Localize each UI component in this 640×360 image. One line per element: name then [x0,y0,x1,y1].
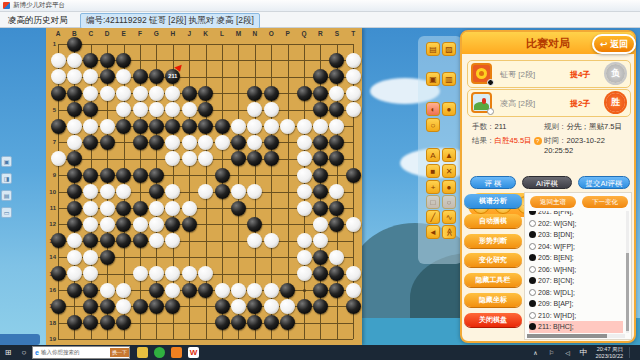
history-label[interactable]: 凌高的历史对局 [8,15,68,27]
search-input[interactable]: e 输入你想搜索的 换一下 [32,346,130,359]
player-name: 凌高 [2段] [500,98,535,109]
white-stone-F5[interactable] [133,102,148,117]
white-stone-K10[interactable] [198,184,213,199]
white-stone-H16[interactable] [165,283,180,298]
next-variation-button[interactable]: 下一变化 [582,196,628,208]
line-icon[interactable]: ╱ [426,210,440,224]
black-stone-R15[interactable] [313,266,328,281]
black-stone-A17[interactable] [51,299,66,314]
black-stone-J12[interactable] [182,217,197,232]
white-stone-C14[interactable] [83,250,98,265]
pill-7[interactable]: 关闭棋盘 [464,313,522,327]
black-stone-G3[interactable] [149,69,164,84]
black-stone-H12[interactable] [165,217,180,232]
black-stone-L6[interactable] [215,119,230,134]
move-list-item[interactable]: 202: W[GN]; [529,218,623,230]
white-stone-N13[interactable] [247,233,262,248]
move-list-item[interactable]: 208: W[DL]; [529,287,623,299]
black-stone-S16[interactable] [329,283,344,298]
mini-toolbar-button-1[interactable]: ▣ [1,156,12,167]
white-stone-Q8[interactable] [297,151,312,166]
white-stone-P6[interactable] [280,119,295,134]
white-stone-H13[interactable] [165,233,180,248]
white-stone-Q6[interactable] [297,119,312,134]
white-stone-K8[interactable] [198,151,213,166]
pill-1[interactable]: 棋谱分析 [464,194,522,208]
black-stone-F6[interactable] [133,119,148,134]
black-stone-M7[interactable] [231,135,246,150]
black-stone-L9[interactable] [215,168,230,183]
black-stone-D2[interactable] [100,53,115,68]
black-stone-D18[interactable] [100,315,115,330]
black-stone-indicator [487,79,494,86]
ime-indicator[interactable]: 中 [575,347,591,358]
black-stone-C16[interactable] [83,283,98,298]
white-stone-E16[interactable] [116,283,131,298]
eraser-icon[interactable]: ◄ [426,225,440,239]
white-stone-N16[interactable] [247,283,262,298]
start-button[interactable]: ⊞ [0,348,16,357]
black-stone-Q17[interactable] [297,299,312,314]
explorer-icon[interactable] [137,347,148,358]
dot-icon[interactable]: ● [442,180,456,194]
white-stone-T5[interactable] [346,102,361,117]
white-stone-N10[interactable] [247,184,262,199]
white-stone-J11[interactable] [182,201,197,216]
green-app-icon[interactable] [154,347,165,358]
bottom-left-tab[interactable] [0,334,40,345]
black-stone-A4[interactable] [51,86,66,101]
black-stone-R16[interactable] [313,283,328,298]
move-list-item[interactable]: 206: W[HN]; [529,264,623,276]
white-stone-Q15[interactable] [297,266,312,281]
white-stone-B7[interactable] [67,135,82,150]
white-stone-K7[interactable] [198,135,213,150]
black-stone-B1[interactable] [67,37,82,52]
white-stone-icon [529,266,536,273]
cross-icon[interactable]: ✕ [442,164,456,178]
new-file-icon[interactable]: ▤ [426,42,440,56]
black-stone-H6[interactable] [165,119,180,134]
black-stone-B18[interactable] [67,315,82,330]
white-stone-F15[interactable] [133,266,148,281]
move-list-item[interactable]: 210: W[HD]; [529,310,623,322]
black-stone-N8[interactable] [247,151,262,166]
white-stone-H4[interactable] [165,86,180,101]
white-stone-M6[interactable] [231,119,246,134]
col-label-Q: Q [298,30,310,37]
white-stone-M17[interactable] [231,299,246,314]
white-stone-T15[interactable] [346,266,361,281]
white-stone-D11[interactable] [100,201,115,216]
go-app-icon[interactable] [171,347,182,358]
move-list-item[interactable]: 207: B[CN]; [529,275,623,287]
black-stone-M8[interactable] [231,151,246,166]
white-stone-B13[interactable] [67,233,82,248]
black-stone-C5[interactable] [83,102,98,117]
white-stone-Q13[interactable] [297,233,312,248]
search-icon[interactable]: ○ [16,348,32,357]
black-stone-L10[interactable] [215,184,230,199]
black-stone-R4[interactable] [313,86,328,101]
white-stone-B14[interactable] [67,250,82,265]
black-stone-E6[interactable] [116,119,131,134]
mini-toolbar-button-2[interactable]: ◨ [1,173,12,184]
white-stone-B2[interactable] [67,53,82,68]
pill-5[interactable]: 隐藏工具栏 [464,273,522,287]
return-main-line-button[interactable]: 返回主谱 [530,196,576,208]
player-card-black[interactable]: 钲哥 [2段] 提4子 负 [467,60,631,88]
pill-4[interactable]: 变化研究 [464,253,522,267]
square-outline-icon[interactable]: □ [426,195,440,209]
lose-badge: 负 [606,64,625,83]
white-stone-G15[interactable] [149,266,164,281]
notification-icon[interactable] [629,347,640,358]
white-stone-S10[interactable] [329,184,344,199]
white-stone-K15[interactable] [198,266,213,281]
black-stone-J16[interactable] [182,283,197,298]
black-stone-G9[interactable] [149,168,164,183]
black-stone-Q4[interactable] [297,86,312,101]
black-stone-R11[interactable] [313,201,328,216]
black-stone-N18[interactable] [247,315,262,330]
pill-2[interactable]: 自动播棋 [464,214,522,228]
black-stone-K6[interactable] [198,119,213,134]
white-stone-L7[interactable] [215,135,230,150]
black-stone-B4[interactable] [67,86,82,101]
black-stone-G17[interactable] [149,299,164,314]
white-stone-A8[interactable] [51,151,66,166]
zigzag-icon[interactable]: ∿ [442,210,456,224]
row-label-19: 19 [46,336,56,342]
black-stone-O8[interactable] [264,151,279,166]
white-stone-O16[interactable] [264,283,279,298]
white-stone-S14[interactable] [329,250,344,265]
black-stone-G10[interactable] [149,184,164,199]
white-stone-T4[interactable] [346,86,361,101]
black-stone-B11[interactable] [67,201,82,216]
black-stone-J6[interactable] [182,119,197,134]
white-stone-O13[interactable] [264,233,279,248]
black-stone-M11[interactable] [231,201,246,216]
screen: 新博少儿对弈平台 凌高的历史对局 编号:421119292 钲哥 [2段] 执黑… [0,0,640,360]
black-stone-K5[interactable] [198,102,213,117]
black-stone-E2[interactable] [116,53,131,68]
search-tag[interactable]: 换一下 [110,348,129,357]
black-stone-E11[interactable] [116,201,131,216]
black-stone-S11[interactable] [329,201,344,216]
col-label-H: H [167,30,179,37]
black-stone-T17[interactable] [346,299,361,314]
move-list-item[interactable]: 209: B[AP]; [529,298,623,310]
white-stone-C4[interactable] [83,86,98,101]
game-info-tab[interactable]: 编号:421119292 钲哥 [2段] 执黑对 凌高 [2段] [80,13,260,29]
black-stone-B5[interactable] [67,102,82,117]
black-stone-A15[interactable] [51,266,66,281]
white-stone-S6[interactable] [329,119,344,134]
black-stone-K16[interactable] [198,283,213,298]
black-stone-M18[interactable] [231,315,246,330]
pill-6[interactable]: 隐藏坐标 [464,293,522,307]
black-stone-S5[interactable] [329,102,344,117]
white-stone-H5[interactable] [165,102,180,117]
black-stone-N4[interactable] [247,86,262,101]
triangle-icon[interactable]: ▲ [442,148,456,162]
save-icon[interactable]: ▣ [426,72,440,86]
star-point [303,289,306,292]
scrollbar-thumb[interactable] [626,253,629,331]
black-stone-icon[interactable]: ● [442,102,456,116]
collapse-icon[interactable]: ≫ [442,225,456,239]
white-stone-R6[interactable] [313,119,328,134]
white-stone-C15[interactable] [83,266,98,281]
ai-review-button[interactable]: AI评棋 [522,176,572,189]
black-stone-S8[interactable] [329,151,344,166]
black-stone-E12[interactable] [116,217,131,232]
black-stone-O18[interactable] [264,315,279,330]
back-button[interactable]: ↩ 返回 [592,34,636,54]
white-stone-M10[interactable] [231,184,246,199]
white-stone-D10[interactable] [100,184,115,199]
black-stone-E9[interactable] [116,168,131,183]
black-stone-D17[interactable] [100,299,115,314]
black-stone-R10[interactable] [313,184,328,199]
black-stone-S15[interactable] [329,266,344,281]
print-icon[interactable]: ▥ [442,72,456,86]
white-stone-H10[interactable] [165,184,180,199]
col-label-M: M [232,30,244,37]
row-label-10: 10 [46,189,56,195]
black-stone-H17[interactable] [165,299,180,314]
white-stone-J7[interactable] [182,135,197,150]
black-stone-P18[interactable] [280,315,295,330]
black-stone-F3[interactable] [133,69,148,84]
white-stone-G4[interactable] [149,86,164,101]
white-stone-G13[interactable] [149,233,164,248]
black-stone-G16[interactable] [149,283,164,298]
white-stone-D12[interactable] [100,217,115,232]
black-stone-B9[interactable] [67,168,82,183]
black-stone-N17[interactable] [247,299,262,314]
white-stone-C3[interactable] [83,69,98,84]
black-stone-L18[interactable] [215,315,230,330]
col-label-P: P [282,30,294,37]
black-stone-O4[interactable] [264,86,279,101]
volume-icon[interactable]: ◁ [559,349,575,356]
black-stone-F17[interactable] [133,299,148,314]
player-card-white[interactable]: 凌高 [2段] 提2子 胜 [467,89,631,117]
black-stone-D14[interactable] [100,250,115,265]
black-stone-J4[interactable] [182,86,197,101]
white-stone-C6[interactable] [83,119,98,134]
black-stone-D7[interactable] [100,135,115,150]
black-stone-R3[interactable] [313,69,328,84]
white-stone-N7[interactable] [247,135,262,150]
white-stone-T3[interactable] [346,69,361,84]
black-stone-B16[interactable] [67,283,82,298]
mini-toolbar-button-3[interactable]: ▤ [1,190,12,201]
tray-expand-icon[interactable]: ∧ [527,349,543,356]
black-stone-T9[interactable] [346,168,361,183]
white-stone-A2[interactable] [51,53,66,68]
white-stone-O6[interactable] [264,119,279,134]
black-stone-R7[interactable] [313,135,328,150]
circle-outline-icon[interactable]: ○ [442,195,456,209]
col-label-C: C [85,30,97,37]
white-stone-Q10[interactable] [297,184,312,199]
white-stone-C12[interactable] [83,217,98,232]
black-stone-N12[interactable] [247,217,262,232]
white-stone-T16[interactable] [346,283,361,298]
white-stone-H15[interactable] [165,266,180,281]
black-stone-C9[interactable] [83,168,98,183]
black-stone-C7[interactable] [83,135,98,150]
black-stone-E18[interactable] [116,315,131,330]
white-stone-M16[interactable] [231,283,246,298]
white-stone-A3[interactable] [51,69,66,84]
black-stone-F11[interactable] [133,201,148,216]
black-stone-S7[interactable] [329,135,344,150]
mini-toolbar-button-4[interactable]: ▭ [1,207,12,218]
black-stone-C18[interactable] [83,315,98,330]
black-stone-A6[interactable] [51,119,66,134]
open-folder-icon[interactable]: ▨ [442,42,456,56]
black-stone-G6[interactable] [149,119,164,134]
black-stone-D13[interactable] [100,233,115,248]
white-stone-E10[interactable] [116,184,131,199]
col-label-D: D [101,30,113,37]
black-stone-F9[interactable] [133,168,148,183]
white-stone-icon [529,312,536,319]
col-label-S: S [331,30,343,37]
white-stone-C11[interactable] [83,201,98,216]
wps-icon[interactable]: W [188,347,199,358]
white-stone-P17[interactable] [280,299,295,314]
white-stone-O5[interactable] [264,102,279,117]
white-stone-F12[interactable] [133,217,148,232]
white-stone-B15[interactable] [67,266,82,281]
black-stone-B10[interactable] [67,184,82,199]
white-stone-J5[interactable] [182,102,197,117]
white-stone-H8[interactable] [165,151,180,166]
white-stone-E5[interactable] [116,102,131,117]
white-stone-S4[interactable] [329,86,344,101]
col-label-N: N [249,30,261,37]
white-stone-H7[interactable] [165,135,180,150]
white-stone-O17[interactable] [264,299,279,314]
white-stone-N5[interactable] [247,102,262,117]
black-stone-O7[interactable] [264,135,279,150]
white-stone-D16[interactable] [100,283,115,298]
player-name: 钲哥 [2段] [500,69,535,80]
black-stone-B12[interactable] [67,217,82,232]
white-stone-Q7[interactable] [297,135,312,150]
submit-ai-review-button[interactable]: 提交AI评棋 [578,176,630,189]
help-icon[interactable]: ? [534,137,542,145]
white-stone-T12[interactable] [346,217,361,232]
black-stone-C13[interactable] [83,233,98,248]
white-stone-R13[interactable] [313,233,328,248]
plus-icon[interactable]: + [426,180,440,194]
black-stone-A13[interactable] [51,233,66,248]
scrollbar-thumb[interactable] [527,334,607,338]
label-a-icon[interactable]: A [426,148,440,162]
stone-toggle-icon[interactable]: ◐ [426,102,440,116]
white-stone-B6[interactable] [67,119,82,134]
white-stone-icon[interactable]: ○ [426,118,440,132]
black-stone-K4[interactable] [198,86,213,101]
black-stone-C17[interactable] [83,299,98,314]
black-stone-R17[interactable] [313,299,328,314]
black-stone-L17[interactable] [215,299,230,314]
black-stone-S12[interactable] [329,217,344,232]
white-stone-H11[interactable] [165,201,180,216]
white-stone-N6[interactable] [247,119,262,134]
white-stone-F4[interactable] [133,86,148,101]
white-stone-C10[interactable] [83,184,98,199]
black-stone-B8[interactable] [67,151,82,166]
col-label-L: L [216,30,228,37]
white-stone-E17[interactable] [116,299,131,314]
row-label-5: 5 [46,107,56,113]
white-stone-J15[interactable] [182,266,197,281]
black-stone-G7[interactable] [149,135,164,150]
move-list-item[interactable]: 205: B[EN]; [529,252,623,264]
white-stone-G5[interactable] [149,102,164,117]
black-stone-F13[interactable] [133,233,148,248]
black-stone-E13[interactable] [116,233,131,248]
network-icon[interactable]: ⚐ [543,349,559,356]
black-stone-R14[interactable] [313,250,328,265]
black-stone-R9[interactable] [313,168,328,183]
go-board[interactable]: ABCDEFGHJKLMNOPQRST123456789101112131415… [46,28,362,345]
black-stone-S2[interactable] [329,53,344,68]
move-list-item[interactable]: 204: W[FP]; [529,241,623,253]
move-list-item[interactable]: 211: B[HC]; [529,321,623,333]
black-stone-R5[interactable] [313,102,328,117]
white-stone-T2[interactable] [346,53,361,68]
white-stone-D4[interactable] [100,86,115,101]
black-stone-P16[interactable] [280,283,295,298]
white-stone-Q9[interactable] [297,168,312,183]
black-stone-F7[interactable] [133,135,148,150]
black-stone-S3[interactable] [329,69,344,84]
white-stone-G12[interactable] [149,217,164,232]
move-list[interactable]: 201: B[FN];202: W[GN];203: B[DN];204: W[… [527,211,625,333]
white-stone-G11[interactable] [149,201,164,216]
white-stone-L16[interactable] [215,283,230,298]
white-stone-E4[interactable] [116,86,131,101]
move-list-item[interactable]: 203: B[DN]; [529,229,623,241]
white-stone-Q11[interactable] [297,201,312,216]
review-button[interactable]: 评 棋 [470,176,516,189]
black-stone-C2[interactable] [83,53,98,68]
pill-3[interactable]: 形势判断 [464,234,522,248]
white-stone-B3[interactable] [67,69,82,84]
white-stone-J8[interactable] [182,151,197,166]
row-label-9: 9 [46,172,56,178]
white-stone-Q14[interactable] [297,250,312,265]
white-stone-R12[interactable] [313,217,328,232]
black-stone-R8[interactable] [313,151,328,166]
black-stone-D3[interactable] [100,69,115,84]
white-stone-D6[interactable] [100,119,115,134]
black-stone-D9[interactable] [100,168,115,183]
last-move-number: 211 [165,69,180,84]
taskbar-clock[interactable]: 20:47 周日 2023/10/22 [595,346,623,359]
white-stone-E3[interactable] [116,69,131,84]
square-icon[interactable]: ■ [426,164,440,178]
